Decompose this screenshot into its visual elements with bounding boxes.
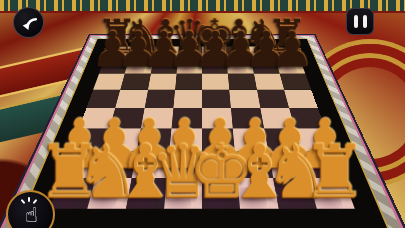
pause-button[interactable] xyxy=(346,8,374,35)
hand-tap-icon: ☝ xyxy=(25,205,38,226)
black-pawn[interactable]: ♟ xyxy=(270,27,315,73)
square-h7[interactable]: ♟ xyxy=(276,60,306,74)
chess-board: ♜♞♝♛♚♝♞♜♟♟♟♟♟♟♟♟♟♟♟♟♟♟♟♟♜♞♝♛♚♝♞♜ xyxy=(0,36,405,228)
square-h6[interactable] xyxy=(280,74,312,90)
pause-icon xyxy=(354,15,358,28)
back-button[interactable] xyxy=(13,7,44,38)
board-grid: ♜♞♝♛♚♝♞♜♟♟♟♟♟♟♟♟♟♟♟♟♟♟♟♟♜♞♝♛♚♝♞♜ xyxy=(49,47,354,209)
square-d6[interactable] xyxy=(175,74,202,90)
back-arrow-icon xyxy=(20,14,38,32)
square-b6[interactable] xyxy=(120,74,150,90)
square-h1[interactable]: ♜ xyxy=(308,178,355,209)
pause-icon xyxy=(363,15,367,28)
square-f6[interactable] xyxy=(228,74,257,90)
square-c6[interactable] xyxy=(148,74,177,90)
game-screen: ♜♞♝♛♚♝♞♜♟♟♟♟♟♟♟♟♟♟♟♟♟♟♟♟♜♞♝♛♚♝♞♜ ☝ xyxy=(0,0,405,228)
white-rook[interactable]: ♜ xyxy=(302,138,368,206)
board-scene: ♜♞♝♛♚♝♞♜♟♟♟♟♟♟♟♟♟♟♟♟♟♟♟♟♜♞♝♛♚♝♞♜ xyxy=(0,0,405,228)
tap-rays-icon xyxy=(22,197,36,205)
square-e6[interactable] xyxy=(202,74,229,90)
